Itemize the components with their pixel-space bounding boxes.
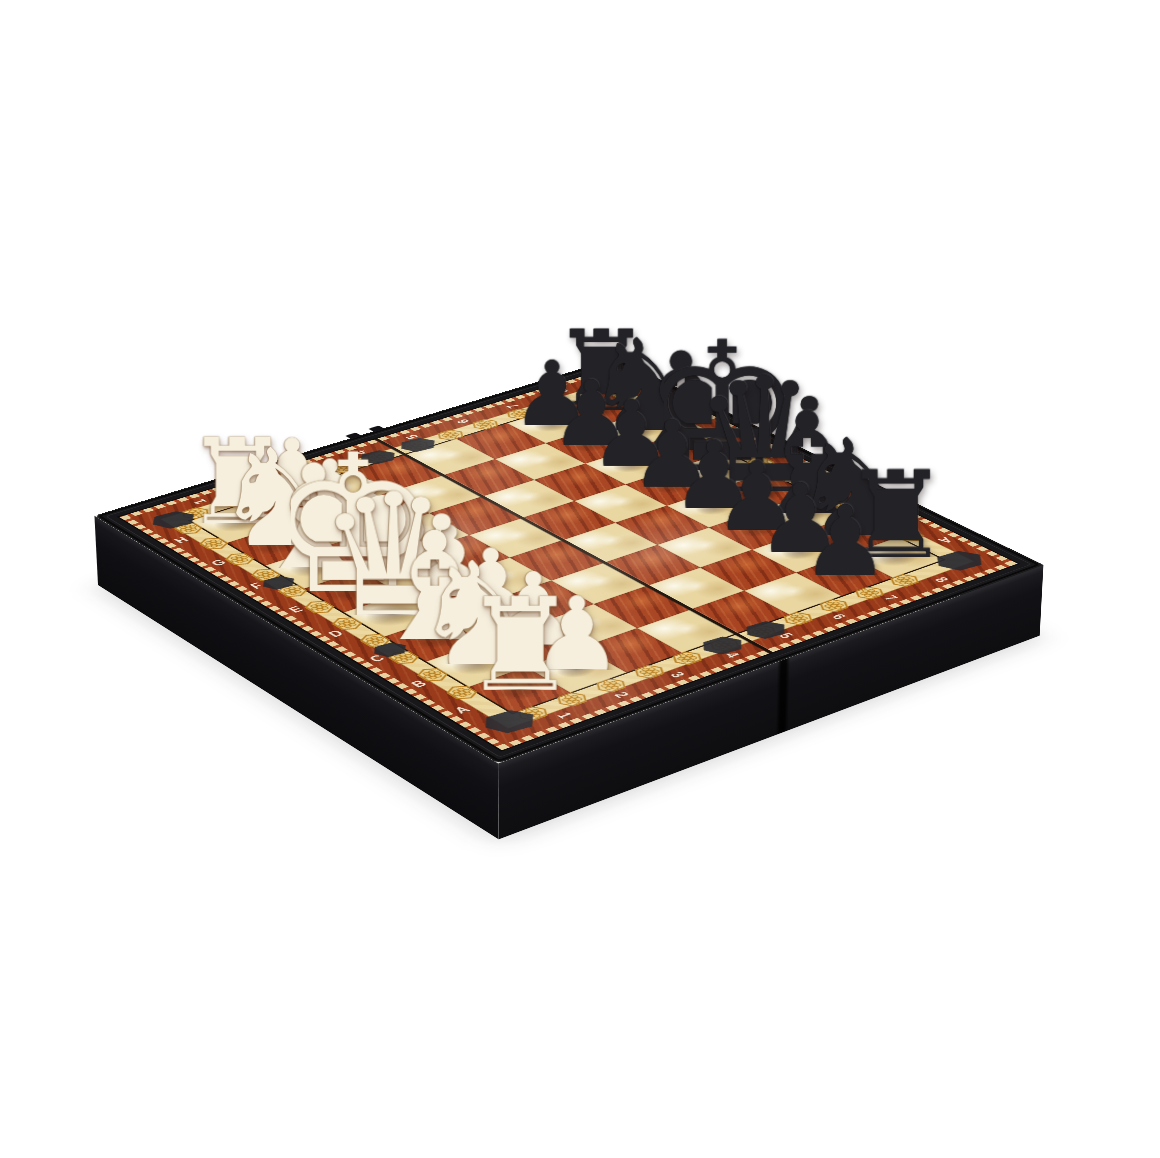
piece-white-rook[interactable]: ♜ [455,442,584,690]
clasp-notch [776,657,791,735]
pieces-layer: ♜♞♝♛♚♝♞♜♟♟♟♟♟♟♟♟♟♟♟♟♟♟♟♟♜♞♝♛♚♝♞♜ [94,358,1043,763]
board-wrap: HH11GG22FF33EE44DD55CC66BB77AA88 ♜♞♝♛♚♝♞… [0,0,1160,1158]
chess-board-case: HH11GG22FF33EE44DD55CC66BB77AA88 ♜♞♝♛♚♝♞… [94,358,1043,763]
piece-black-pawn[interactable]: ♟ [783,341,905,575]
product-photo-scene: HH11GG22FF33EE44DD55CC66BB77AA88 ♜♞♝♛♚♝♞… [0,0,1160,1158]
